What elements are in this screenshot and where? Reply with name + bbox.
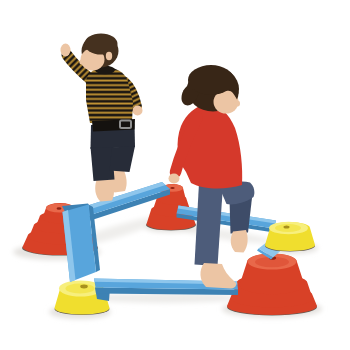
girl-hand-on-stone: [169, 174, 180, 184]
left-yellow-top-inner: [66, 284, 95, 294]
girl-nose: [235, 101, 240, 107]
middle-stone-hole: [170, 187, 174, 189]
right-yellow-hole: [284, 226, 290, 229]
boy-nose: [79, 59, 83, 64]
left-stone-hole: [57, 207, 62, 209]
boy-right-hand: [133, 106, 143, 116]
boy-raised-hand: [61, 44, 71, 57]
girl-raised-foot: [231, 230, 248, 253]
boy-hair-fringe: [85, 34, 118, 55]
balance-course-photo: [0, 0, 350, 350]
boy-ear: [106, 52, 112, 60]
left-yellow-hole: [80, 285, 88, 289]
girl-hair-crown: [188, 65, 234, 95]
product-photo-stage: [0, 0, 350, 350]
right-yellow-stepping-stone: [265, 222, 315, 252]
